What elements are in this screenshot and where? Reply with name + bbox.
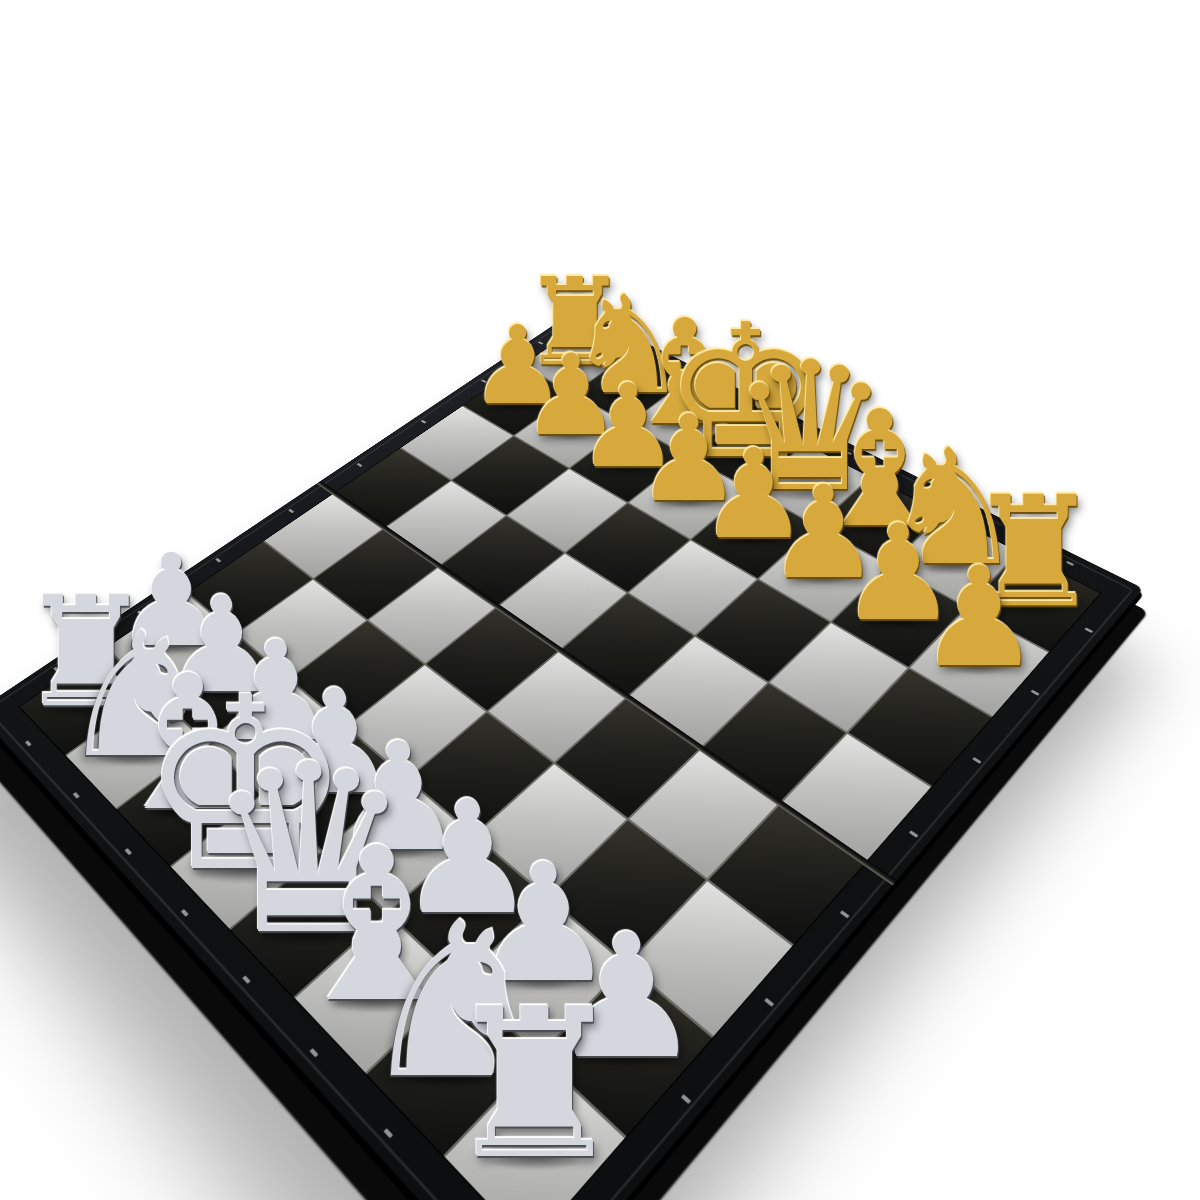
board-perspective-wrap [104,194,1016,1106]
coordinate-tick [681,1094,691,1104]
coordinate-tick [137,610,143,615]
coordinate-tick [25,740,32,746]
coordinate-tick [309,1048,318,1057]
coordinate-tick [421,420,427,424]
coordinate-tick [181,909,189,917]
coordinate-tick [909,830,919,837]
coordinate-tick [781,419,788,423]
coordinate-tick [972,757,981,764]
coordinate-tick [356,463,362,467]
coordinate-tick [383,1128,393,1138]
coordinate-tick [840,910,850,918]
coordinate-tick [913,485,921,489]
coordinate-tick [215,558,221,563]
coordinate-tick [845,451,852,455]
coordinate-tick [1066,561,1074,566]
coordinate-tick [1031,690,1040,696]
coordinate-tick [124,848,132,855]
coordinate-tick [720,389,727,393]
coordinate-tick [538,341,544,344]
coordinate-tick [610,334,616,337]
coordinate-tick [481,379,487,383]
coordinate-tick [242,975,250,984]
coordinate-tick [288,509,294,513]
coordinate-tick [664,361,670,365]
coordinate-tick [764,998,774,1007]
product-photo-scene: ♜♞♟♝♟♚♟♛♟♝♟♞♟♜♟♟♟♟♜♟♞♟♝♟♚♟♛♟♝♟♞♜ [0,0,1200,1200]
coordinate-tick [1084,627,1093,633]
coordinate-tick [987,522,995,527]
coordinate-tick [53,667,59,673]
chess-board-grid [19,328,1102,1200]
chess-board-frame [0,309,1144,1200]
coordinate-tick [73,792,80,799]
